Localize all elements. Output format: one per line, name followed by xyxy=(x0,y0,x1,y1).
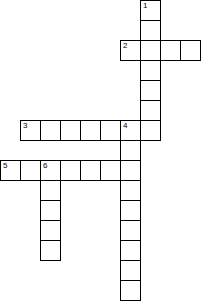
clue-number: 6 xyxy=(43,162,47,170)
clue-number: 1 xyxy=(143,2,147,10)
clue-number: 2 xyxy=(123,42,127,50)
grid-cell-r2c7[interactable] xyxy=(140,40,161,61)
grid-cell-r6c2[interactable] xyxy=(40,120,61,141)
grid-cell-r1c7[interactable] xyxy=(140,20,161,41)
grid-cell-r8c4[interactable] xyxy=(80,160,101,181)
grid-cell-r7c6[interactable] xyxy=(120,140,141,161)
clue-number: 4 xyxy=(123,122,127,130)
grid-cell-r2c9[interactable] xyxy=(180,40,201,61)
grid-cell-r6c7[interactable] xyxy=(140,120,161,141)
clue-number: 3 xyxy=(23,122,27,130)
grid-cell-r8c1[interactable] xyxy=(20,160,41,181)
grid-cell-r0c7[interactable]: 1 xyxy=(140,0,161,21)
grid-cell-r10c6[interactable] xyxy=(120,200,141,221)
grid-cell-r6c6[interactable]: 4 xyxy=(120,120,141,141)
grid-cell-r4c7[interactable] xyxy=(140,80,161,101)
grid-cell-r8c6[interactable] xyxy=(120,160,141,181)
grid-cell-r8c3[interactable] xyxy=(60,160,81,181)
grid-cell-r6c1[interactable]: 3 xyxy=(20,120,41,141)
grid-cell-r9c6[interactable] xyxy=(120,180,141,201)
grid-cell-r8c2[interactable]: 6 xyxy=(40,160,61,181)
grid-cell-r12c2[interactable] xyxy=(40,240,61,261)
grid-cell-r8c0[interactable]: 5 xyxy=(0,160,21,181)
grid-cell-r6c5[interactable] xyxy=(100,120,121,141)
grid-cell-r6c4[interactable] xyxy=(80,120,101,141)
grid-cell-r2c6[interactable]: 2 xyxy=(120,40,141,61)
grid-cell-r2c8[interactable] xyxy=(160,40,181,61)
grid-cell-r13c6[interactable] xyxy=(120,260,141,281)
grid-cell-r3c7[interactable] xyxy=(140,60,161,81)
grid-cell-r6c3[interactable] xyxy=(60,120,81,141)
grid-cell-r14c6[interactable] xyxy=(120,280,141,301)
grid-cell-r5c7[interactable] xyxy=(140,100,161,121)
grid-cell-r8c5[interactable] xyxy=(100,160,121,181)
crossword-board: 123456 xyxy=(0,0,201,301)
grid-cell-r11c2[interactable] xyxy=(40,220,61,241)
grid-cell-r9c2[interactable] xyxy=(40,180,61,201)
grid-cell-r10c2[interactable] xyxy=(40,200,61,221)
clue-number: 5 xyxy=(3,162,7,170)
grid-cell-r12c6[interactable] xyxy=(120,240,141,261)
grid-cell-r11c6[interactable] xyxy=(120,220,141,241)
